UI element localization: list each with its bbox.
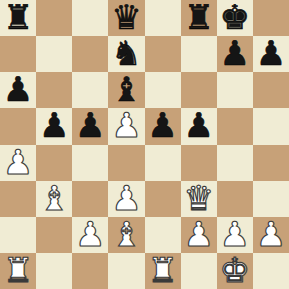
square-e4[interactable]	[145, 145, 181, 181]
square-a8[interactable]: ♜	[0, 0, 36, 36]
square-g2[interactable]: ♟	[217, 217, 253, 253]
square-e5[interactable]: ♟	[145, 108, 181, 144]
square-g5[interactable]	[217, 108, 253, 144]
square-f7[interactable]	[181, 36, 217, 72]
square-h4[interactable]	[253, 145, 289, 181]
piece-black-knight[interactable]: ♞	[111, 36, 141, 70]
square-b5[interactable]: ♟	[36, 108, 72, 144]
piece-black-queen[interactable]: ♛	[111, 0, 141, 34]
square-g8[interactable]: ♚	[217, 0, 253, 36]
square-b8[interactable]	[36, 0, 72, 36]
square-d4[interactable]	[108, 145, 144, 181]
square-d2[interactable]: ♝	[108, 217, 144, 253]
square-d7[interactable]: ♞	[108, 36, 144, 72]
square-a7[interactable]	[0, 36, 36, 72]
square-d1[interactable]	[108, 253, 144, 289]
piece-black-pawn[interactable]: ♟	[147, 108, 177, 142]
square-h5[interactable]	[253, 108, 289, 144]
square-f5[interactable]: ♟	[181, 108, 217, 144]
piece-black-rook[interactable]: ♜	[183, 0, 213, 34]
square-b6[interactable]	[36, 72, 72, 108]
square-a6[interactable]: ♟	[0, 72, 36, 108]
square-e7[interactable]	[145, 36, 181, 72]
square-d3[interactable]: ♟	[108, 181, 144, 217]
piece-white-pawn[interactable]: ♟	[256, 217, 286, 251]
piece-white-pawn[interactable]: ♟	[75, 217, 105, 251]
piece-black-pawn[interactable]: ♟	[75, 108, 105, 142]
square-a5[interactable]	[0, 108, 36, 144]
square-c2[interactable]: ♟	[72, 217, 108, 253]
square-e6[interactable]	[145, 72, 181, 108]
piece-black-pawn[interactable]: ♟	[256, 36, 286, 70]
square-c3[interactable]	[72, 181, 108, 217]
square-d8[interactable]: ♛	[108, 0, 144, 36]
square-h2[interactable]: ♟	[253, 217, 289, 253]
piece-black-king[interactable]: ♚	[220, 0, 250, 34]
square-c1[interactable]	[72, 253, 108, 289]
piece-white-pawn[interactable]: ♟	[111, 181, 141, 215]
square-h8[interactable]	[253, 0, 289, 36]
piece-white-pawn[interactable]: ♟	[183, 217, 213, 251]
square-h3[interactable]	[253, 181, 289, 217]
square-h1[interactable]	[253, 253, 289, 289]
square-f1[interactable]	[181, 253, 217, 289]
piece-white-pawn[interactable]: ♟	[220, 217, 250, 251]
piece-white-king[interactable]: ♚	[220, 253, 250, 287]
square-g7[interactable]: ♟	[217, 36, 253, 72]
piece-black-rook[interactable]: ♜	[3, 0, 33, 34]
square-f2[interactable]: ♟	[181, 217, 217, 253]
piece-white-pawn[interactable]: ♟	[111, 108, 141, 142]
square-c6[interactable]	[72, 72, 108, 108]
square-a1[interactable]: ♜	[0, 253, 36, 289]
piece-black-pawn[interactable]: ♟	[3, 72, 33, 106]
square-b3[interactable]: ♝	[36, 181, 72, 217]
piece-black-pawn[interactable]: ♟	[39, 108, 69, 142]
square-c7[interactable]	[72, 36, 108, 72]
square-g1[interactable]: ♚	[217, 253, 253, 289]
square-d6[interactable]: ♝	[108, 72, 144, 108]
square-f6[interactable]	[181, 72, 217, 108]
square-e3[interactable]	[145, 181, 181, 217]
square-d5[interactable]: ♟	[108, 108, 144, 144]
square-b2[interactable]	[36, 217, 72, 253]
piece-white-bishop[interactable]: ♝	[111, 217, 141, 251]
square-b1[interactable]	[36, 253, 72, 289]
square-a2[interactable]	[0, 217, 36, 253]
square-a4[interactable]: ♟	[0, 145, 36, 181]
piece-white-pawn[interactable]: ♟	[3, 145, 33, 179]
square-f4[interactable]	[181, 145, 217, 181]
piece-white-rook[interactable]: ♜	[3, 253, 33, 287]
square-f3[interactable]: ♛	[181, 181, 217, 217]
piece-white-bishop[interactable]: ♝	[39, 181, 69, 215]
square-g3[interactable]	[217, 181, 253, 217]
square-c4[interactable]	[72, 145, 108, 181]
piece-black-pawn[interactable]: ♟	[183, 108, 213, 142]
piece-black-pawn[interactable]: ♟	[220, 36, 250, 70]
square-c5[interactable]: ♟	[72, 108, 108, 144]
square-e8[interactable]	[145, 0, 181, 36]
square-c8[interactable]	[72, 0, 108, 36]
square-h6[interactable]	[253, 72, 289, 108]
square-e1[interactable]: ♜	[145, 253, 181, 289]
piece-white-queen[interactable]: ♛	[183, 181, 213, 215]
square-e2[interactable]	[145, 217, 181, 253]
square-g4[interactable]	[217, 145, 253, 181]
piece-black-bishop[interactable]: ♝	[111, 72, 141, 106]
square-b7[interactable]	[36, 36, 72, 72]
chess-board: ♜♛♜♚♞♟♟♟♝♟♟♟♟♟♟♝♟♛♟♝♟♟♟♜♜♚	[0, 0, 289, 289]
chess-board-container: ♜♛♜♚♞♟♟♟♝♟♟♟♟♟♟♝♟♛♟♝♟♟♟♜♜♚	[0, 0, 289, 289]
piece-white-rook[interactable]: ♜	[147, 253, 177, 287]
square-f8[interactable]: ♜	[181, 0, 217, 36]
square-a3[interactable]	[0, 181, 36, 217]
square-h7[interactable]: ♟	[253, 36, 289, 72]
square-b4[interactable]	[36, 145, 72, 181]
square-g6[interactable]	[217, 72, 253, 108]
